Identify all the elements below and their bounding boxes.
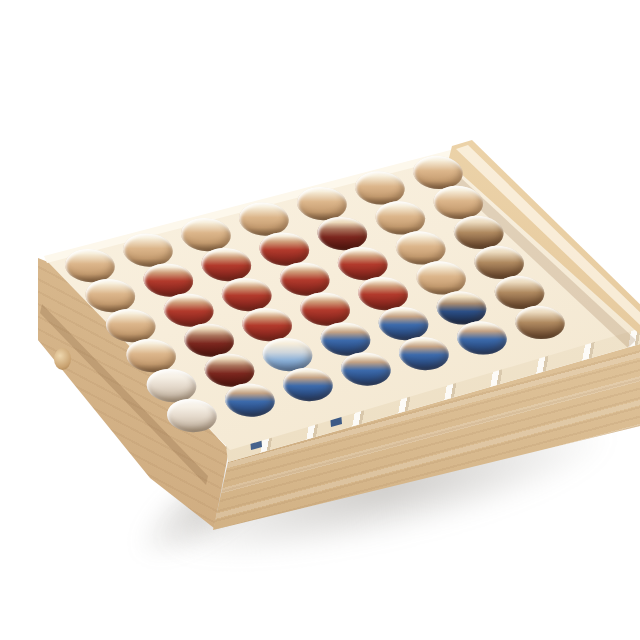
product-photo-stage <box>0 0 640 640</box>
slide-knob <box>54 348 71 370</box>
